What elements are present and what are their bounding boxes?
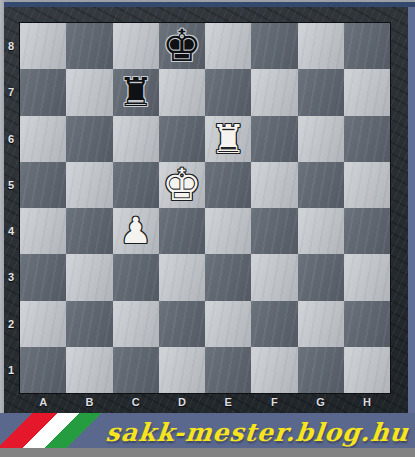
square-d6[interactable] <box>159 116 205 162</box>
square-c5[interactable] <box>113 162 159 208</box>
square-f5[interactable] <box>251 162 297 208</box>
file-label-a: A <box>20 393 66 411</box>
piece-black-rook: ♜ <box>118 72 154 112</box>
file-label-e: E <box>205 393 251 411</box>
square-c1[interactable] <box>113 347 159 393</box>
piece-white-rook: ♜ <box>210 119 246 159</box>
square-b7[interactable] <box>66 69 112 115</box>
square-f4[interactable] <box>251 208 297 254</box>
square-h8[interactable] <box>344 23 390 69</box>
square-b2[interactable] <box>66 301 112 347</box>
square-e7[interactable] <box>205 69 251 115</box>
square-b8[interactable] <box>66 23 112 69</box>
piece-white-pawn: ♟ <box>119 213 151 249</box>
right-frame-strip <box>408 7 415 413</box>
file-labels: ABCDEFGH <box>20 393 390 411</box>
square-g7[interactable] <box>298 69 344 115</box>
site-watermark: sakk-mester.blog.hu <box>105 418 411 447</box>
square-d8[interactable]: ♚ <box>159 23 205 69</box>
rank-label-6: 6 <box>3 116 19 162</box>
square-a6[interactable] <box>20 116 66 162</box>
square-b5[interactable] <box>66 162 112 208</box>
square-a2[interactable] <box>20 301 66 347</box>
footer-banner: sakk-mester.blog.hu <box>0 413 415 448</box>
square-a1[interactable] <box>20 347 66 393</box>
square-h6[interactable] <box>344 116 390 162</box>
piece-white-king: ♚ <box>162 163 201 207</box>
rank-label-2: 2 <box>3 301 19 347</box>
square-g2[interactable] <box>298 301 344 347</box>
square-e5[interactable] <box>205 162 251 208</box>
rank-label-7: 7 <box>3 69 19 115</box>
square-e6[interactable]: ♜ <box>205 116 251 162</box>
square-f6[interactable] <box>251 116 297 162</box>
bottom-gray-strip <box>0 448 415 457</box>
square-c3[interactable] <box>113 254 159 300</box>
square-c8[interactable] <box>113 23 159 69</box>
rank-label-8: 8 <box>3 23 19 69</box>
square-c6[interactable] <box>113 116 159 162</box>
chess-diagram: ♚♜♜♚♟ 87654321 ABCDEFGH sakk-mester.blog… <box>0 0 415 457</box>
square-h3[interactable] <box>344 254 390 300</box>
file-label-g: G <box>298 393 344 411</box>
square-a7[interactable] <box>20 69 66 115</box>
file-label-h: H <box>344 393 390 411</box>
square-d4[interactable] <box>159 208 205 254</box>
square-d1[interactable] <box>159 347 205 393</box>
square-e8[interactable] <box>205 23 251 69</box>
square-b6[interactable] <box>66 116 112 162</box>
square-e2[interactable] <box>205 301 251 347</box>
square-c4[interactable]: ♟ <box>113 208 159 254</box>
rank-label-1: 1 <box>3 347 19 393</box>
square-b1[interactable] <box>66 347 112 393</box>
square-g8[interactable] <box>298 23 344 69</box>
square-h1[interactable] <box>344 347 390 393</box>
square-h2[interactable] <box>344 301 390 347</box>
chess-board: ♚♜♜♚♟ <box>20 23 390 393</box>
square-b3[interactable] <box>66 254 112 300</box>
file-label-d: D <box>159 393 205 411</box>
square-a5[interactable] <box>20 162 66 208</box>
square-c7[interactable]: ♜ <box>113 69 159 115</box>
square-a8[interactable] <box>20 23 66 69</box>
square-h4[interactable] <box>344 208 390 254</box>
rank-label-3: 3 <box>3 254 19 300</box>
square-f8[interactable] <box>251 23 297 69</box>
square-d2[interactable] <box>159 301 205 347</box>
square-b4[interactable] <box>66 208 112 254</box>
piece-black-king: ♚ <box>162 24 201 68</box>
square-g6[interactable] <box>298 116 344 162</box>
rank-labels: 87654321 <box>3 23 19 393</box>
square-d3[interactable] <box>159 254 205 300</box>
square-g5[interactable] <box>298 162 344 208</box>
square-a4[interactable] <box>20 208 66 254</box>
file-label-c: C <box>113 393 159 411</box>
file-label-b: B <box>66 393 112 411</box>
square-f3[interactable] <box>251 254 297 300</box>
square-e1[interactable] <box>205 347 251 393</box>
square-d7[interactable] <box>159 69 205 115</box>
square-g3[interactable] <box>298 254 344 300</box>
rank-label-5: 5 <box>3 162 19 208</box>
square-c2[interactable] <box>113 301 159 347</box>
square-h7[interactable] <box>344 69 390 115</box>
square-d5[interactable]: ♚ <box>159 162 205 208</box>
square-a3[interactable] <box>20 254 66 300</box>
square-g4[interactable] <box>298 208 344 254</box>
square-h5[interactable] <box>344 162 390 208</box>
square-e4[interactable] <box>205 208 251 254</box>
square-e3[interactable] <box>205 254 251 300</box>
square-f1[interactable] <box>251 347 297 393</box>
square-g1[interactable] <box>298 347 344 393</box>
rank-label-4: 4 <box>3 208 19 254</box>
square-f7[interactable] <box>251 69 297 115</box>
file-label-f: F <box>251 393 297 411</box>
square-f2[interactable] <box>251 301 297 347</box>
